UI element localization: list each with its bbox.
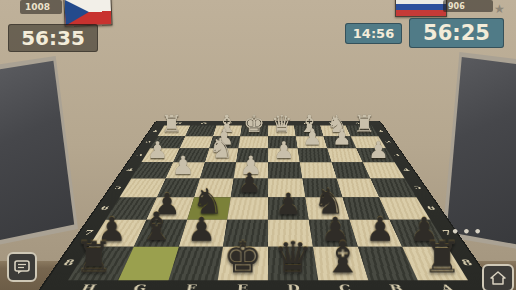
square-d2[interactable]: [268, 136, 297, 148]
square-b8[interactable]: [358, 247, 418, 280]
player-right-rating: 906: [448, 2, 465, 11]
coordinate-label-H: H: [58, 280, 118, 290]
square-g2[interactable]: [180, 136, 213, 148]
chat-button[interactable]: [7, 252, 37, 282]
square-b7[interactable]: ♟: [349, 220, 402, 247]
player-left-rating: 1008: [25, 2, 50, 12]
square-f7[interactable]: ♟: [178, 220, 227, 247]
coordinate-label-B: B: [368, 280, 426, 290]
russia-flag-icon: [395, 0, 447, 17]
square-e4[interactable]: ♟: [234, 162, 268, 178]
square-f5[interactable]: [194, 178, 234, 197]
right-player-move-clock: 14:56: [345, 23, 402, 44]
square-g1[interactable]: [185, 126, 216, 137]
square-f3[interactable]: ♞: [205, 148, 239, 162]
square-c4[interactable]: [300, 162, 337, 178]
left-clock-time: 56:35: [21, 26, 85, 50]
square-d3[interactable]: ♟: [268, 148, 300, 162]
board-grid: HGFEDCBA1♜♝♚♛♝♞♜12♟♟♟23♟♞♟♟34♟♟45♟56♟♞♟♞…: [33, 121, 503, 290]
right-clock-time: 56:25: [423, 21, 490, 45]
piece-bK-e8: ♚: [218, 236, 268, 279]
speech-bubble-icon: [14, 260, 30, 275]
square-c7[interactable]: ♟: [309, 220, 358, 247]
chess-board: HGFEDCBA1♜♝♚♛♝♞♜12♟♟♟23♟♞♟♟34♟♟45♟56♟♞♟♞…: [33, 121, 503, 290]
coordinate-label-D: D: [268, 280, 321, 290]
coordinate-label-G: G: [110, 280, 168, 290]
square-e1[interactable]: ♚: [240, 126, 268, 137]
square-d8[interactable]: ♛: [268, 247, 318, 280]
square-g3[interactable]: [173, 148, 209, 162]
square-f2[interactable]: ♟: [209, 136, 240, 148]
square-e2[interactable]: [239, 136, 268, 148]
square-e3[interactable]: [236, 148, 268, 162]
square-e7[interactable]: [223, 220, 268, 247]
square-d1[interactable]: ♛: [268, 126, 296, 137]
square-f6[interactable]: ♞: [187, 197, 231, 219]
square-e8[interactable]: ♚: [218, 247, 268, 280]
square-e5[interactable]: ♟: [231, 178, 268, 197]
square-c5[interactable]: [302, 178, 342, 197]
left-player-clock: 56:35: [8, 24, 98, 52]
square-c3[interactable]: [297, 148, 331, 162]
right-move-clock-time: 14:56: [353, 26, 394, 41]
square-c2[interactable]: ♟: [296, 136, 327, 148]
square-d7[interactable]: [268, 220, 313, 247]
square-d6[interactable]: ♟: [268, 197, 309, 219]
square-f4[interactable]: [200, 162, 237, 178]
square-g5[interactable]: [157, 178, 200, 197]
piece-bP-c7: ♟: [313, 213, 358, 246]
coordinate-label-C: C: [318, 280, 373, 290]
czech-flag-icon: [64, 0, 113, 27]
square-f1[interactable]: ♝: [213, 126, 242, 137]
square-d4[interactable]: [268, 162, 302, 178]
piece-bQ-d8: ♛: [268, 236, 318, 279]
player-left-rating-badge: 1008: [20, 0, 62, 14]
home-button[interactable]: [482, 264, 514, 290]
coordinate-label-F: F: [163, 280, 218, 290]
flag-wedge: [65, 0, 112, 26]
player-right-rating-badge: 906: [443, 0, 493, 12]
right-player-clock: 56:25: [409, 18, 504, 48]
square-c1[interactable]: ♝: [294, 126, 323, 137]
piece-bP-f7: ♟: [179, 213, 224, 246]
coordinate-label-E: E: [215, 280, 268, 290]
square-c8[interactable]: ♝: [313, 247, 368, 280]
tray-surface: [0, 59, 75, 243]
more-options-dots[interactable]: •••: [451, 224, 485, 239]
square-e6[interactable]: [227, 197, 268, 219]
star-icon: ★: [494, 2, 505, 16]
square-d5[interactable]: [268, 178, 305, 197]
square-g4[interactable]: ♟: [166, 162, 205, 178]
captured-pieces-tray-left: [0, 56, 78, 246]
home-icon: [490, 271, 506, 285]
square-f8[interactable]: [168, 247, 223, 280]
